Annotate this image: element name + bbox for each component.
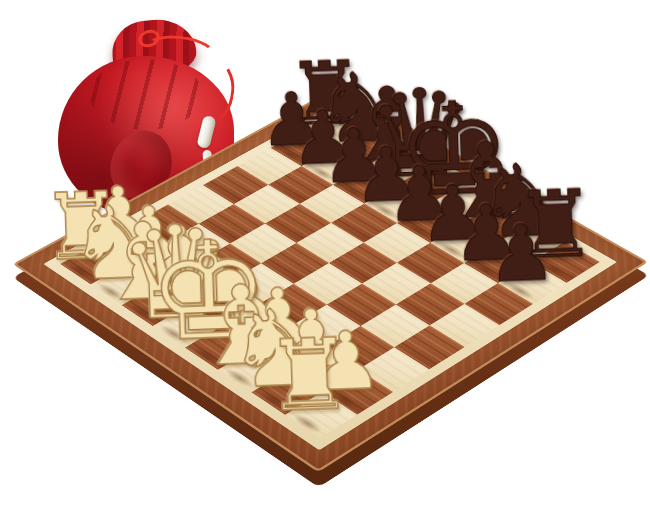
board-perspective-wrap: ♜♞♝♛♚♝♞♜♟♟♟♟♟♟♟♟♟♟♟♟♟♟♟♟♜♞♝♛♚♝♞♜ [96, 30, 561, 495]
black-pawn-glyph: ♟ [409, 211, 635, 296]
chess-board: ♜♞♝♛♚♝♞♜♟♟♟♟♟♟♟♟♟♟♟♟♟♟♟♟♜♞♝♛♚♝♞♜ [12, 86, 648, 472]
white-rook-glyph: ♜ [190, 323, 429, 430]
product-photo-scene: ♜♞♝♛♚♝♞♜♟♟♟♟♟♟♟♟♟♟♟♟♟♟♟♟♜♞♝♛♚♝♞♜ [0, 0, 650, 520]
board-pieces: ♜♞♝♛♚♝♞♜♟♟♟♟♟♟♟♟♟♟♟♟♟♟♟♟♜♞♝♛♚♝♞♜ [60, 111, 600, 438]
